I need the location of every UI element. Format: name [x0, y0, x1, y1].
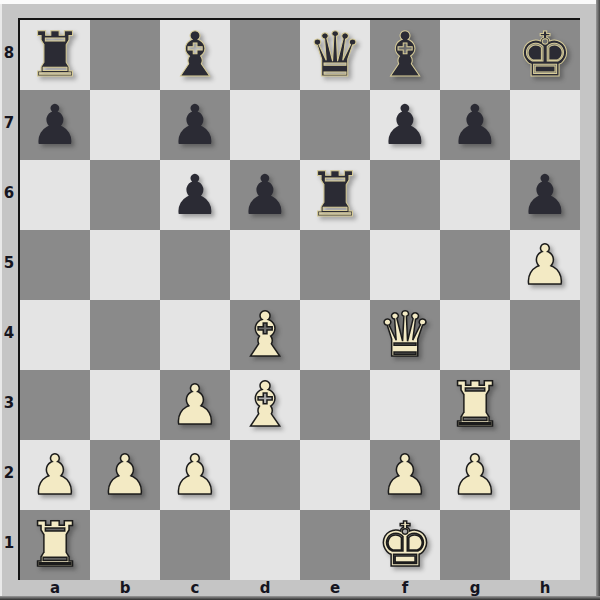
file-label-b: b [90, 580, 160, 597]
square-h6[interactable]: ♟ [510, 160, 580, 230]
square-h2[interactable] [510, 440, 580, 510]
white-pawn[interactable]: ♟ [100, 440, 149, 510]
square-g2[interactable]: ♟ [440, 440, 510, 510]
square-d7[interactable] [230, 90, 300, 160]
square-b3[interactable] [90, 370, 160, 440]
square-b6[interactable] [90, 160, 160, 230]
chess-board-window: ♜♝♛♝♚♟♟♟♟♟♟♜♟♟♝♛♟♝♜♟♟♟♟♟♜♚ 87654321abcde… [0, 0, 600, 600]
square-h4[interactable] [510, 300, 580, 370]
black-pawn[interactable]: ♟ [520, 160, 569, 230]
rank-label-4: 4 [0, 298, 18, 368]
white-rook[interactable]: ♜ [447, 370, 503, 440]
square-c7[interactable]: ♟ [160, 90, 230, 160]
square-d8[interactable] [230, 20, 300, 90]
file-label-f: f [370, 580, 440, 597]
white-rook[interactable]: ♜ [27, 510, 83, 580]
window-edge-highlight-top [0, 0, 600, 4]
square-f8[interactable]: ♝ [370, 20, 440, 90]
square-e6[interactable]: ♜ [300, 160, 370, 230]
square-e5[interactable] [300, 230, 370, 300]
file-label-c: c [160, 580, 230, 597]
square-h8[interactable]: ♚ [510, 20, 580, 90]
square-g3[interactable]: ♜ [440, 370, 510, 440]
square-d3[interactable]: ♝ [230, 370, 300, 440]
black-pawn[interactable]: ♟ [30, 90, 79, 160]
square-a1[interactable]: ♜ [20, 510, 90, 580]
square-d6[interactable]: ♟ [230, 160, 300, 230]
square-h1[interactable] [510, 510, 580, 580]
rank-label-1: 1 [0, 508, 18, 578]
rank-label-2: 2 [0, 438, 18, 508]
file-label-h: h [510, 580, 580, 597]
black-pawn[interactable]: ♟ [450, 90, 499, 160]
square-e1[interactable] [300, 510, 370, 580]
window-edge-shadow-right [596, 0, 600, 600]
square-e7[interactable] [300, 90, 370, 160]
black-rook[interactable]: ♜ [307, 160, 363, 230]
square-d1[interactable] [230, 510, 300, 580]
square-h3[interactable] [510, 370, 580, 440]
white-pawn[interactable]: ♟ [520, 230, 569, 300]
square-d5[interactable] [230, 230, 300, 300]
black-bishop[interactable]: ♝ [377, 20, 433, 90]
square-a3[interactable] [20, 370, 90, 440]
black-rook[interactable]: ♜ [27, 20, 83, 90]
square-c8[interactable]: ♝ [160, 20, 230, 90]
white-pawn[interactable]: ♟ [170, 440, 219, 510]
square-h7[interactable] [510, 90, 580, 160]
black-pawn[interactable]: ♟ [240, 160, 289, 230]
square-f6[interactable] [370, 160, 440, 230]
square-f3[interactable] [370, 370, 440, 440]
white-pawn[interactable]: ♟ [380, 440, 429, 510]
square-c1[interactable] [160, 510, 230, 580]
square-d4[interactable]: ♝ [230, 300, 300, 370]
rank-label-3: 3 [0, 368, 18, 438]
black-pawn[interactable]: ♟ [380, 90, 429, 160]
white-bishop[interactable]: ♝ [237, 370, 293, 440]
chess-board[interactable]: ♜♝♛♝♚♟♟♟♟♟♟♜♟♟♝♛♟♝♜♟♟♟♟♟♜♚ [18, 18, 580, 580]
square-c4[interactable] [160, 300, 230, 370]
square-g5[interactable] [440, 230, 510, 300]
square-a6[interactable] [20, 160, 90, 230]
square-f1[interactable]: ♚ [370, 510, 440, 580]
rank-label-8: 8 [0, 18, 18, 88]
square-d2[interactable] [230, 440, 300, 510]
square-f2[interactable]: ♟ [370, 440, 440, 510]
square-b1[interactable] [90, 510, 160, 580]
square-a4[interactable] [20, 300, 90, 370]
file-label-a: a [20, 580, 90, 597]
square-a2[interactable]: ♟ [20, 440, 90, 510]
square-c3[interactable]: ♟ [160, 370, 230, 440]
square-g6[interactable] [440, 160, 510, 230]
square-f5[interactable] [370, 230, 440, 300]
rank-label-6: 6 [0, 158, 18, 228]
file-label-e: e [300, 580, 370, 597]
square-f7[interactable]: ♟ [370, 90, 440, 160]
rank-label-7: 7 [0, 88, 18, 158]
black-king[interactable]: ♚ [517, 20, 573, 90]
square-c2[interactable]: ♟ [160, 440, 230, 510]
white-pawn[interactable]: ♟ [450, 440, 499, 510]
rank-label-5: 5 [0, 228, 18, 298]
white-pawn[interactable]: ♟ [170, 370, 219, 440]
square-a8[interactable]: ♜ [20, 20, 90, 90]
black-pawn[interactable]: ♟ [170, 160, 219, 230]
black-queen[interactable]: ♛ [307, 20, 363, 90]
square-g7[interactable]: ♟ [440, 90, 510, 160]
black-pawn[interactable]: ♟ [170, 90, 219, 160]
square-e4[interactable] [300, 300, 370, 370]
square-b7[interactable] [90, 90, 160, 160]
square-b2[interactable]: ♟ [90, 440, 160, 510]
square-c5[interactable] [160, 230, 230, 300]
square-f4[interactable]: ♛ [370, 300, 440, 370]
square-b4[interactable] [90, 300, 160, 370]
square-h5[interactable]: ♟ [510, 230, 580, 300]
square-b8[interactable] [90, 20, 160, 90]
square-e8[interactable]: ♛ [300, 20, 370, 90]
square-a5[interactable] [20, 230, 90, 300]
square-a7[interactable]: ♟ [20, 90, 90, 160]
square-g1[interactable] [440, 510, 510, 580]
file-label-g: g [440, 580, 510, 597]
white-bishop[interactable]: ♝ [237, 300, 293, 370]
black-bishop[interactable]: ♝ [167, 20, 223, 90]
square-e2[interactable] [300, 440, 370, 510]
square-c6[interactable]: ♟ [160, 160, 230, 230]
square-g8[interactable] [440, 20, 510, 90]
file-label-d: d [230, 580, 300, 597]
square-e3[interactable] [300, 370, 370, 440]
white-queen[interactable]: ♛ [377, 300, 433, 370]
white-king[interactable]: ♚ [377, 510, 433, 580]
white-pawn[interactable]: ♟ [30, 440, 79, 510]
square-b5[interactable] [90, 230, 160, 300]
square-g4[interactable] [440, 300, 510, 370]
